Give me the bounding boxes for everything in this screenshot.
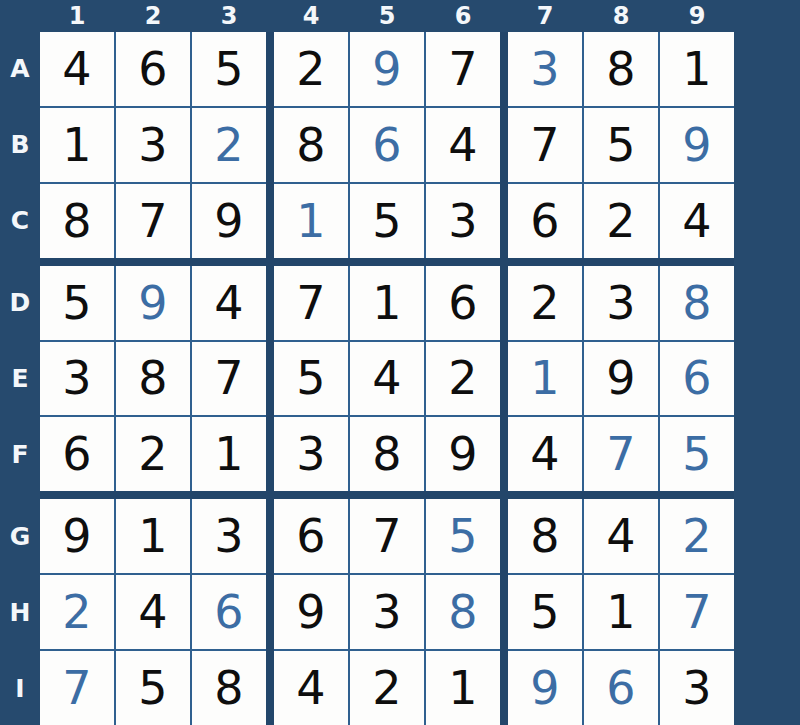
cell-F6[interactable]: 9	[426, 417, 500, 491]
cell-B7[interactable]: 7	[508, 108, 582, 182]
cell-B3[interactable]: 2	[192, 108, 266, 182]
cell-B5[interactable]: 6	[350, 108, 424, 182]
cell-B1[interactable]: 1	[40, 108, 114, 182]
column-header-group-2: 789	[508, 0, 734, 32]
cell-A6[interactable]: 7	[426, 32, 500, 106]
cell-A1[interactable]: 4	[40, 32, 114, 106]
cell-D6[interactable]: 6	[426, 266, 500, 340]
cell-C8[interactable]: 2	[584, 184, 658, 258]
cell-A3[interactable]: 5	[192, 32, 266, 106]
cell-B6[interactable]: 4	[426, 108, 500, 182]
row-label-D: D	[0, 266, 40, 340]
sudoku-board: 4651328792978641533817596245943876217165…	[40, 32, 734, 725]
box-0-1: 297864153	[274, 32, 500, 258]
row-header-group-1: DEF	[0, 266, 40, 492]
cell-F3[interactable]: 1	[192, 417, 266, 491]
cell-A7[interactable]: 3	[508, 32, 582, 106]
cell-B8[interactable]: 5	[584, 108, 658, 182]
cell-C9[interactable]: 4	[660, 184, 734, 258]
column-label-7: 7	[508, 0, 582, 32]
cell-H8[interactable]: 1	[584, 575, 658, 649]
cell-D5[interactable]: 1	[350, 266, 424, 340]
box-0-2: 381759624	[508, 32, 734, 258]
cell-B9[interactable]: 9	[660, 108, 734, 182]
cell-I6[interactable]: 1	[426, 651, 500, 725]
cell-E5[interactable]: 4	[350, 342, 424, 416]
cell-C7[interactable]: 6	[508, 184, 582, 258]
row-label-H: H	[0, 575, 40, 649]
cell-I1[interactable]: 7	[40, 651, 114, 725]
cell-E9[interactable]: 6	[660, 342, 734, 416]
cell-F5[interactable]: 8	[350, 417, 424, 491]
column-label-1: 1	[40, 0, 114, 32]
row-headers: ABCDEFGHI	[0, 32, 40, 725]
cell-H5[interactable]: 3	[350, 575, 424, 649]
cell-H1[interactable]: 2	[40, 575, 114, 649]
cell-E8[interactable]: 9	[584, 342, 658, 416]
cell-G4[interactable]: 6	[274, 499, 348, 573]
cell-G6[interactable]: 5	[426, 499, 500, 573]
cell-I4[interactable]: 4	[274, 651, 348, 725]
column-label-6: 6	[426, 0, 500, 32]
cell-C6[interactable]: 3	[426, 184, 500, 258]
column-header-group-0: 123	[40, 0, 266, 32]
cell-F9[interactable]: 5	[660, 417, 734, 491]
cell-E3[interactable]: 7	[192, 342, 266, 416]
column-label-2: 2	[116, 0, 190, 32]
cell-I3[interactable]: 8	[192, 651, 266, 725]
column-label-8: 8	[584, 0, 658, 32]
cell-E6[interactable]: 2	[426, 342, 500, 416]
column-header-group-1: 456	[274, 0, 500, 32]
cell-G2[interactable]: 1	[116, 499, 190, 573]
cell-H3[interactable]: 6	[192, 575, 266, 649]
cell-F2[interactable]: 2	[116, 417, 190, 491]
cell-D7[interactable]: 2	[508, 266, 582, 340]
cell-A5[interactable]: 9	[350, 32, 424, 106]
row-label-B: B	[0, 108, 40, 182]
cell-A9[interactable]: 1	[660, 32, 734, 106]
cell-E4[interactable]: 5	[274, 342, 348, 416]
cell-D3[interactable]: 4	[192, 266, 266, 340]
cell-C2[interactable]: 7	[116, 184, 190, 258]
row-header-group-0: ABC	[0, 32, 40, 258]
column-label-5: 5	[350, 0, 424, 32]
cell-H2[interactable]: 4	[116, 575, 190, 649]
cell-G1[interactable]: 9	[40, 499, 114, 573]
box-1-1: 716542389	[274, 266, 500, 492]
cell-C5[interactable]: 5	[350, 184, 424, 258]
cell-E2[interactable]: 8	[116, 342, 190, 416]
cell-H4[interactable]: 9	[274, 575, 348, 649]
cell-D2[interactable]: 9	[116, 266, 190, 340]
cell-F1[interactable]: 6	[40, 417, 114, 491]
cell-E1[interactable]: 3	[40, 342, 114, 416]
cell-D1[interactable]: 5	[40, 266, 114, 340]
cell-H6[interactable]: 8	[426, 575, 500, 649]
cell-F4[interactable]: 3	[274, 417, 348, 491]
cell-I9[interactable]: 3	[660, 651, 734, 725]
cell-I7[interactable]: 9	[508, 651, 582, 725]
cell-A4[interactable]: 2	[274, 32, 348, 106]
column-label-4: 4	[274, 0, 348, 32]
cell-F8[interactable]: 7	[584, 417, 658, 491]
cell-G3[interactable]: 3	[192, 499, 266, 573]
box-2-2: 842517963	[508, 499, 734, 725]
cell-E7[interactable]: 1	[508, 342, 582, 416]
cell-F7[interactable]: 4	[508, 417, 582, 491]
column-label-3: 3	[192, 0, 266, 32]
cell-C3[interactable]: 9	[192, 184, 266, 258]
row-label-F: F	[0, 417, 40, 491]
column-label-9: 9	[660, 0, 734, 32]
cell-I5[interactable]: 2	[350, 651, 424, 725]
cell-I2[interactable]: 5	[116, 651, 190, 725]
box-2-1: 675938421	[274, 499, 500, 725]
cell-A8[interactable]: 8	[584, 32, 658, 106]
cell-H9[interactable]: 7	[660, 575, 734, 649]
cell-D8[interactable]: 3	[584, 266, 658, 340]
cell-G7[interactable]: 8	[508, 499, 582, 573]
cell-C1[interactable]: 8	[40, 184, 114, 258]
row-label-A: A	[0, 32, 40, 106]
cell-G5[interactable]: 7	[350, 499, 424, 573]
cell-A2[interactable]: 6	[116, 32, 190, 106]
cell-H7[interactable]: 5	[508, 575, 582, 649]
row-label-I: I	[0, 651, 40, 725]
cell-I8[interactable]: 6	[584, 651, 658, 725]
cell-B2[interactable]: 3	[116, 108, 190, 182]
box-1-0: 594387621	[40, 266, 266, 492]
row-label-E: E	[0, 342, 40, 416]
box-0-0: 465132879	[40, 32, 266, 258]
sudoku-app: 123456789 ABCDEFGHI 46513287929786415338…	[0, 0, 800, 725]
cell-G9[interactable]: 2	[660, 499, 734, 573]
row-header-group-2: GHI	[0, 499, 40, 725]
row-label-G: G	[0, 499, 40, 573]
box-2-0: 913246758	[40, 499, 266, 725]
box-1-2: 238196475	[508, 266, 734, 492]
cell-B4[interactable]: 8	[274, 108, 348, 182]
cell-D4[interactable]: 7	[274, 266, 348, 340]
column-headers: 123456789	[40, 0, 734, 32]
cell-C4[interactable]: 1	[274, 184, 348, 258]
row-label-C: C	[0, 184, 40, 258]
cell-G8[interactable]: 4	[584, 499, 658, 573]
cell-D9[interactable]: 8	[660, 266, 734, 340]
